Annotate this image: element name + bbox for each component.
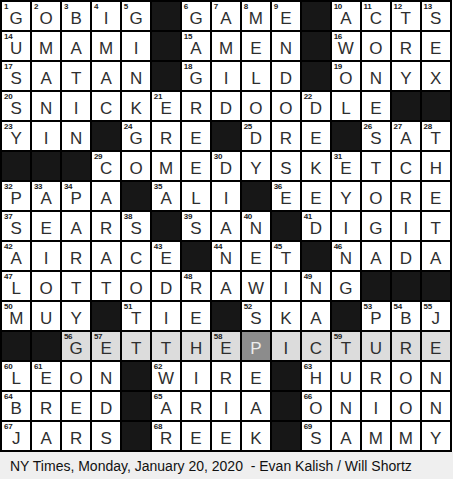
- clue-number: 61: [34, 363, 42, 371]
- cell-r8c12[interactable]: I: [332, 212, 360, 240]
- cell-letter: G: [369, 220, 382, 240]
- cell-r15c7[interactable]: E: [182, 422, 210, 450]
- cell-r5c15[interactable]: 28T: [422, 122, 450, 150]
- cell-r3c7[interactable]: 18G: [182, 62, 210, 90]
- clue-number: 11: [364, 3, 372, 11]
- cell-letter: A: [220, 280, 231, 300]
- cell-r12c5[interactable]: T: [122, 332, 150, 360]
- cell-r14c3[interactable]: E: [62, 392, 90, 420]
- cell-r15c11[interactable]: 69S: [302, 422, 330, 450]
- cell-r6c13[interactable]: T: [362, 152, 390, 180]
- cell-r6c9[interactable]: Y: [242, 152, 270, 180]
- cell-r4c7[interactable]: R: [182, 92, 210, 120]
- cell-r1c1[interactable]: 1G: [2, 2, 30, 30]
- cell-r13c11[interactable]: 63H: [302, 362, 330, 390]
- cell-r5c10[interactable]: R: [272, 122, 300, 150]
- cell-r7c14[interactable]: R: [392, 182, 420, 210]
- cell-r12c6[interactable]: T: [152, 332, 180, 360]
- cell-r13c15[interactable]: N: [422, 362, 450, 390]
- clue-number: 36: [274, 183, 282, 191]
- cell-r14c12[interactable]: N: [332, 392, 360, 420]
- cell-r4c9[interactable]: O: [242, 92, 270, 120]
- cell-r7c2[interactable]: 33A: [32, 182, 60, 210]
- cell-letter: N: [220, 250, 232, 270]
- cell-letter: J: [12, 430, 21, 450]
- cell-letter: S: [430, 10, 441, 30]
- cell-r2c5[interactable]: I: [122, 32, 150, 60]
- clue-number: 44: [214, 243, 222, 251]
- cell-r4c12[interactable]: L: [332, 92, 360, 120]
- cell-r10c10[interactable]: I: [272, 272, 300, 300]
- cell-r3c15[interactable]: X: [422, 62, 450, 90]
- cell-letter: H: [310, 370, 322, 390]
- cell-letter: M: [159, 160, 173, 180]
- cell-letter: E: [280, 190, 291, 210]
- cell-r12c12[interactable]: 59T: [332, 332, 360, 360]
- cell-r8c14[interactable]: I: [392, 212, 420, 240]
- cell-r12c14[interactable]: R: [392, 332, 420, 360]
- black-cell-r9c7: [182, 242, 210, 270]
- black-cell-r8c6: [152, 212, 180, 240]
- cell-r10c8[interactable]: A: [212, 272, 240, 300]
- black-cell-r5c8: [212, 122, 240, 150]
- clue-number: 42: [4, 243, 12, 251]
- clue-number: 9: [274, 3, 278, 11]
- cell-r10c4[interactable]: T: [92, 272, 120, 300]
- cell-r8c7[interactable]: 39S: [182, 212, 210, 240]
- cell-r13c6[interactable]: 62W: [152, 362, 180, 390]
- cell-letter: E: [250, 370, 261, 390]
- cell-letter: Y: [250, 160, 261, 180]
- clue-number: 1: [4, 3, 8, 11]
- cell-r3c2[interactable]: A: [32, 62, 60, 90]
- cell-r11c6[interactable]: I: [152, 302, 180, 330]
- cell-letter: R: [280, 130, 292, 150]
- cell-letter: P: [370, 310, 381, 330]
- cell-r12c7[interactable]: H: [182, 332, 210, 360]
- cell-r9c5[interactable]: C: [122, 242, 150, 270]
- cell-letter: T: [71, 70, 81, 90]
- cell-letter: N: [130, 70, 142, 90]
- cell-r8c11[interactable]: 41D: [302, 212, 330, 240]
- cell-r5c3[interactable]: N: [62, 122, 90, 150]
- cell-r11c10[interactable]: K: [272, 302, 300, 330]
- cell-r1c3[interactable]: 3B: [62, 2, 90, 30]
- cell-r11c9[interactable]: 52S: [242, 302, 270, 330]
- cell-r11c11[interactable]: A: [302, 302, 330, 330]
- cell-r15c8[interactable]: E: [212, 422, 240, 450]
- cell-r7c12[interactable]: Y: [332, 182, 360, 210]
- black-cell-r4c15: [422, 92, 450, 120]
- cell-letter: G: [70, 340, 83, 360]
- cell-r1c8[interactable]: 7A: [212, 2, 240, 30]
- cell-r8c2[interactable]: E: [32, 212, 60, 240]
- cell-r14c13[interactable]: I: [362, 392, 390, 420]
- cell-r11c1[interactable]: 50M: [2, 302, 30, 330]
- cell-r10c9[interactable]: W: [242, 272, 270, 300]
- cell-r6c5[interactable]: O: [122, 152, 150, 180]
- cell-letter: N: [340, 400, 352, 420]
- clue-number: 56: [64, 333, 72, 341]
- black-cell-r10c13: [362, 272, 390, 300]
- cell-letter: D: [310, 100, 322, 120]
- cell-r1c10[interactable]: 9E: [272, 2, 300, 30]
- cell-letter: H: [190, 340, 202, 360]
- cell-r10c7[interactable]: 48R: [182, 272, 210, 300]
- cell-r5c7[interactable]: E: [182, 122, 210, 150]
- cell-letter: M: [9, 310, 23, 330]
- black-cell-r3c11: [302, 62, 330, 90]
- cell-r14c4[interactable]: D: [92, 392, 120, 420]
- cell-r9c8[interactable]: 44N: [212, 242, 240, 270]
- cell-letter: R: [190, 100, 202, 120]
- cell-r15c2[interactable]: A: [32, 422, 60, 450]
- cell-r15c3[interactable]: R: [62, 422, 90, 450]
- cell-r14c14[interactable]: O: [392, 392, 420, 420]
- cell-r13c2[interactable]: 61E: [32, 362, 60, 390]
- cell-r9c12[interactable]: 46N: [332, 242, 360, 270]
- cell-r7c3[interactable]: 34P: [62, 182, 90, 210]
- black-cell-r9c11: [302, 242, 330, 270]
- black-cell-r11c12: [332, 302, 360, 330]
- cell-letter: D: [100, 400, 112, 420]
- clue-number: 15: [184, 33, 192, 41]
- cell-r2c10[interactable]: N: [272, 32, 300, 60]
- cell-r6c15[interactable]: H: [422, 152, 450, 180]
- cell-r1c7[interactable]: 6G: [182, 2, 210, 30]
- cell-letter: P: [70, 190, 81, 210]
- cell-r8c1[interactable]: 37S: [2, 212, 30, 240]
- clue-number: 65: [154, 393, 162, 401]
- clue-number: 64: [4, 393, 12, 401]
- cell-r1c15[interactable]: 13S: [422, 2, 450, 30]
- cell-letter: E: [310, 190, 321, 210]
- clue-number: 66: [304, 393, 312, 401]
- cell-r2c3[interactable]: A: [62, 32, 90, 60]
- cell-r3c13[interactable]: N: [362, 62, 390, 90]
- cell-letter: R: [400, 340, 412, 360]
- clue-number: 45: [274, 243, 282, 251]
- cell-letter: O: [129, 280, 142, 300]
- cell-r1c2[interactable]: 2O: [32, 2, 60, 30]
- cell-r11c15[interactable]: 55J: [422, 302, 450, 330]
- cell-r11c3[interactable]: Y: [62, 302, 90, 330]
- cell-r11c2[interactable]: U: [32, 302, 60, 330]
- cell-r15c12[interactable]: A: [332, 422, 360, 450]
- cell-r15c6[interactable]: 68R: [152, 422, 180, 450]
- cell-r5c5[interactable]: 24G: [122, 122, 150, 150]
- clue-number: 59: [334, 333, 342, 341]
- cell-r10c5[interactable]: O: [122, 272, 150, 300]
- clue-number: 6: [184, 3, 188, 11]
- cell-r6c12[interactable]: 31E: [332, 152, 360, 180]
- cell-letter: N: [340, 250, 352, 270]
- cell-letter: R: [70, 250, 82, 270]
- cell-r14c1[interactable]: 64B: [2, 392, 30, 420]
- cell-letter: G: [189, 10, 202, 30]
- cell-r2c13[interactable]: O: [362, 32, 390, 60]
- cell-r9c2[interactable]: I: [32, 242, 60, 270]
- clue-number: 5: [124, 3, 128, 11]
- cell-r13c14[interactable]: O: [392, 362, 420, 390]
- cell-r7c13[interactable]: O: [362, 182, 390, 210]
- cell-letter: C: [310, 340, 322, 360]
- cell-r6c10[interactable]: S: [272, 152, 300, 180]
- cell-r1c4[interactable]: 4I: [92, 2, 120, 30]
- cell-r6c6[interactable]: M: [152, 152, 180, 180]
- cell-r7c8[interactable]: I: [212, 182, 240, 210]
- black-cell-r12c1: [2, 332, 30, 360]
- cell-letter: M: [99, 40, 113, 60]
- cell-r5c9[interactable]: 25D: [242, 122, 270, 150]
- cell-letter: K: [250, 430, 261, 450]
- cell-letter: E: [41, 370, 52, 390]
- cell-r2c12[interactable]: 16W: [332, 32, 360, 60]
- cell-r7c11[interactable]: E: [302, 182, 330, 210]
- cell-r8c3[interactable]: A: [62, 212, 90, 240]
- black-cell-r7c5: [122, 182, 150, 210]
- cell-r11c14[interactable]: 54B: [392, 302, 420, 330]
- cell-letter: K: [280, 310, 291, 330]
- cell-r3c3[interactable]: T: [62, 62, 90, 90]
- cell-r3c10[interactable]: D: [272, 62, 300, 90]
- cell-r1c13[interactable]: 11C: [362, 2, 390, 30]
- cell-letter: A: [11, 250, 22, 270]
- cell-r5c1[interactable]: 23Y: [2, 122, 30, 150]
- cell-letter: O: [309, 400, 322, 420]
- cell-letter: I: [104, 10, 109, 30]
- cell-r15c13[interactable]: M: [362, 422, 390, 450]
- cell-r10c1[interactable]: 47L: [2, 272, 30, 300]
- cell-r1c5[interactable]: 5G: [122, 2, 150, 30]
- cell-r12c8[interactable]: 58E: [212, 332, 240, 360]
- cell-r10c12[interactable]: G: [332, 272, 360, 300]
- cell-r15c1[interactable]: 67J: [2, 422, 30, 450]
- cell-r3c8[interactable]: I: [212, 62, 240, 90]
- cell-r5c13[interactable]: 26S: [362, 122, 390, 150]
- cell-r11c7[interactable]: E: [182, 302, 210, 330]
- cell-r14c11[interactable]: 66O: [302, 392, 330, 420]
- clue-number: 54: [394, 303, 402, 311]
- cell-r14c2[interactable]: R: [32, 392, 60, 420]
- cell-r7c1[interactable]: 32P: [2, 182, 30, 210]
- cell-letter: S: [190, 220, 201, 240]
- cell-r4c5[interactable]: K: [122, 92, 150, 120]
- cell-r7c4[interactable]: A: [92, 182, 120, 210]
- cell-r13c9[interactable]: E: [242, 362, 270, 390]
- cell-r8c8[interactable]: A: [212, 212, 240, 240]
- cell-letter: R: [400, 190, 412, 210]
- cell-r14c6[interactable]: 65A: [152, 392, 180, 420]
- puzzle-caption: NY Times, Monday, January 20, 2020 - Eva…: [0, 452, 453, 479]
- clue-number: 35: [154, 183, 162, 191]
- clue-number: 17: [4, 63, 12, 71]
- cell-r3c9[interactable]: L: [242, 62, 270, 90]
- clue-number: 50: [4, 303, 12, 311]
- cell-r9c1[interactable]: 42A: [2, 242, 30, 270]
- cell-letter: N: [40, 100, 52, 120]
- cell-letter: C: [100, 100, 112, 120]
- crossword-grid: 1G2O3B4I5G6G7A8M9E10A11C12T13S14UMAMI15A…: [0, 0, 452, 452]
- cell-r12c3[interactable]: 56G: [62, 332, 90, 360]
- cell-r1c14[interactable]: 12T: [392, 2, 420, 30]
- black-cell-r5c4: [92, 122, 120, 150]
- cell-letter: P: [11, 190, 22, 210]
- cell-letter: Y: [430, 430, 441, 450]
- clue-number: 41: [304, 213, 312, 221]
- clue-number: 16: [334, 33, 342, 41]
- cell-r11c5[interactable]: 51T: [122, 302, 150, 330]
- black-cell-r3c6: [152, 62, 180, 90]
- cell-r8c13[interactable]: G: [362, 212, 390, 240]
- cell-r7c7[interactable]: L: [182, 182, 210, 210]
- cell-r8c5[interactable]: 38S: [122, 212, 150, 240]
- cell-letter: L: [11, 370, 20, 390]
- cell-r7c6[interactable]: 35A: [152, 182, 180, 210]
- cell-r12c15[interactable]: E: [422, 332, 450, 360]
- cell-letter: E: [220, 340, 231, 360]
- cell-r12c9[interactable]: P: [242, 332, 270, 360]
- cell-letter: I: [194, 370, 199, 390]
- cell-r13c13[interactable]: R: [362, 362, 390, 390]
- cell-letter: O: [249, 100, 262, 120]
- cell-r2c1[interactable]: 14U: [2, 32, 30, 60]
- cell-letter: E: [430, 190, 441, 210]
- cell-r4c10[interactable]: O: [272, 92, 300, 120]
- cell-letter: A: [250, 400, 261, 420]
- cell-r7c10[interactable]: 36E: [272, 182, 300, 210]
- cell-r14c15[interactable]: N: [422, 392, 450, 420]
- clue-number: 40: [244, 213, 252, 221]
- cell-r14c7[interactable]: R: [182, 392, 210, 420]
- cell-letter: S: [11, 70, 22, 90]
- clue-number: 63: [304, 363, 312, 371]
- cell-letter: O: [399, 400, 412, 420]
- cell-r9c3[interactable]: R: [62, 242, 90, 270]
- cell-r13c8[interactable]: R: [212, 362, 240, 390]
- cell-r4c11[interactable]: 22D: [302, 92, 330, 120]
- cell-r8c15[interactable]: T: [422, 212, 450, 240]
- cell-r2c9[interactable]: E: [242, 32, 270, 60]
- cell-r15c14[interactable]: M: [392, 422, 420, 450]
- cell-r10c3[interactable]: T: [62, 272, 90, 300]
- cell-r12c11[interactable]: C: [302, 332, 330, 360]
- cell-r3c5[interactable]: N: [122, 62, 150, 90]
- cell-r9c6[interactable]: 43E: [152, 242, 180, 270]
- cell-r8c4[interactable]: R: [92, 212, 120, 240]
- cell-r13c7[interactable]: I: [182, 362, 210, 390]
- cell-r5c11[interactable]: E: [302, 122, 330, 150]
- cell-r2c15[interactable]: E: [422, 32, 450, 60]
- cell-letter: S: [130, 220, 141, 240]
- cell-r9c14[interactable]: D: [392, 242, 420, 270]
- cell-r2c7[interactable]: 15A: [182, 32, 210, 60]
- cell-r4c3[interactable]: I: [62, 92, 90, 120]
- cell-r3c14[interactable]: Y: [392, 62, 420, 90]
- cell-r9c4[interactable]: A: [92, 242, 120, 270]
- cell-letter: N: [370, 70, 382, 90]
- cell-r9c15[interactable]: A: [422, 242, 450, 270]
- clue-number: 69: [304, 423, 312, 431]
- cell-r14c8[interactable]: I: [212, 392, 240, 420]
- cell-r2c8[interactable]: M: [212, 32, 240, 60]
- cell-r13c4[interactable]: N: [92, 362, 120, 390]
- cell-r10c11[interactable]: 49N: [302, 272, 330, 300]
- cell-r6c14[interactable]: C: [392, 152, 420, 180]
- black-cell-r6c1: [2, 152, 30, 180]
- cell-r13c1[interactable]: 60L: [2, 362, 30, 390]
- cell-letter: I: [134, 40, 139, 60]
- cell-r12c13[interactable]: U: [362, 332, 390, 360]
- clue-number: 38: [124, 213, 132, 221]
- cell-r7c15[interactable]: E: [422, 182, 450, 210]
- clue-number: 34: [64, 183, 72, 191]
- cell-letter: O: [70, 370, 83, 390]
- cell-letter: T: [281, 250, 291, 270]
- cell-letter: I: [373, 400, 378, 420]
- cell-r8c9[interactable]: 40N: [242, 212, 270, 240]
- cell-r2c4[interactable]: M: [92, 32, 120, 60]
- clue-number: 13: [424, 3, 432, 11]
- clue-number: 26: [364, 123, 372, 131]
- cell-letter: L: [251, 70, 260, 90]
- cell-r15c4[interactable]: S: [92, 422, 120, 450]
- cell-r10c2[interactable]: O: [32, 272, 60, 300]
- cell-r9c10[interactable]: 45T: [272, 242, 300, 270]
- cell-r5c2[interactable]: I: [32, 122, 60, 150]
- cell-letter: I: [44, 250, 49, 270]
- cell-r12c4[interactable]: 57E: [92, 332, 120, 360]
- black-cell-r11c4: [92, 302, 120, 330]
- cell-r12c10[interactable]: I: [272, 332, 300, 360]
- cell-r6c7[interactable]: E: [182, 152, 210, 180]
- cell-r6c4[interactable]: 29C: [92, 152, 120, 180]
- cell-r9c13[interactable]: A: [362, 242, 390, 270]
- cell-letter: I: [164, 310, 169, 330]
- cell-r1c12[interactable]: 10A: [332, 2, 360, 30]
- cell-r6c11[interactable]: K: [302, 152, 330, 180]
- cell-r4c8[interactable]: D: [212, 92, 240, 120]
- cell-r2c2[interactable]: M: [32, 32, 60, 60]
- cell-letter: E: [220, 430, 231, 450]
- cell-r4c13[interactable]: E: [362, 92, 390, 120]
- cell-r5c6[interactable]: R: [152, 122, 180, 150]
- cell-r4c1[interactable]: 20S: [2, 92, 30, 120]
- cell-r13c3[interactable]: O: [62, 362, 90, 390]
- cell-r9c9[interactable]: E: [242, 242, 270, 270]
- cell-letter: E: [430, 40, 441, 60]
- cell-r14c9[interactable]: A: [242, 392, 270, 420]
- cell-letter: A: [370, 250, 381, 270]
- cell-r3c12[interactable]: 19O: [332, 62, 360, 90]
- cell-r5c14[interactable]: 27A: [392, 122, 420, 150]
- cell-r3c4[interactable]: A: [92, 62, 120, 90]
- cell-letter: B: [70, 10, 81, 30]
- cell-r3c1[interactable]: 17S: [2, 62, 30, 90]
- cell-r15c9[interactable]: K: [242, 422, 270, 450]
- cell-r11c13[interactable]: 53P: [362, 302, 390, 330]
- cell-r1c9[interactable]: 8M: [242, 2, 270, 30]
- cell-r2c14[interactable]: R: [392, 32, 420, 60]
- cell-r4c2[interactable]: N: [32, 92, 60, 120]
- cell-r10c6[interactable]: D: [152, 272, 180, 300]
- cell-r4c4[interactable]: C: [92, 92, 120, 120]
- cell-r13c12[interactable]: U: [332, 362, 360, 390]
- cell-r4c6[interactable]: 21E: [152, 92, 180, 120]
- cell-r6c8[interactable]: 30D: [212, 152, 240, 180]
- cell-r15c15[interactable]: Y: [422, 422, 450, 450]
- cell-letter: A: [160, 190, 171, 210]
